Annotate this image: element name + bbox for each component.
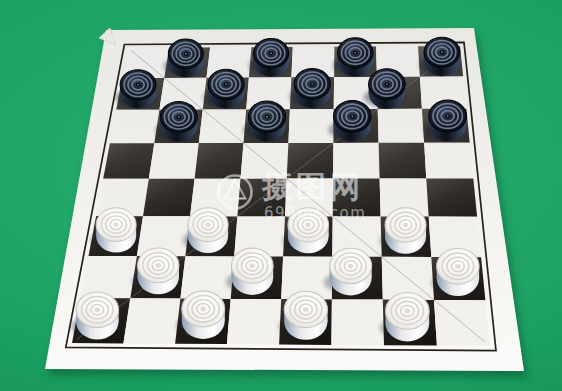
checkers-board — [0, 0, 562, 391]
photo-scene: 摄图网 699pic.com — [0, 0, 562, 391]
